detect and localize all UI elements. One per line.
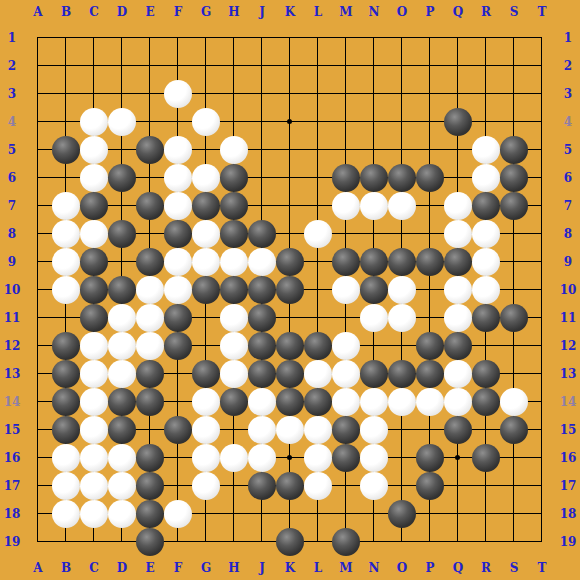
intersection-Q6[interactable] (444, 164, 472, 192)
intersection-C7[interactable] (80, 192, 108, 220)
intersection-R10[interactable] (472, 276, 500, 304)
intersection-Q15[interactable] (444, 416, 472, 444)
intersection-A9[interactable] (24, 248, 52, 276)
intersection-T8[interactable] (528, 220, 556, 248)
intersection-B3[interactable] (52, 80, 80, 108)
intersection-B12[interactable] (52, 332, 80, 360)
intersection-P4[interactable] (416, 108, 444, 136)
intersection-T2[interactable] (528, 52, 556, 80)
intersection-D7[interactable] (108, 192, 136, 220)
intersection-D5[interactable] (108, 136, 136, 164)
intersection-R7[interactable] (472, 192, 500, 220)
intersection-M19[interactable] (332, 528, 360, 556)
intersection-J4[interactable] (248, 108, 276, 136)
intersection-F8[interactable] (164, 220, 192, 248)
intersection-O9[interactable] (388, 248, 416, 276)
intersection-G14[interactable] (192, 388, 220, 416)
intersection-T3[interactable] (528, 80, 556, 108)
intersection-E3[interactable] (136, 80, 164, 108)
intersection-T17[interactable] (528, 472, 556, 500)
intersection-S2[interactable] (500, 52, 528, 80)
intersection-L16[interactable] (304, 444, 332, 472)
intersection-N15[interactable] (360, 416, 388, 444)
intersection-G12[interactable] (192, 332, 220, 360)
intersection-N4[interactable] (360, 108, 388, 136)
intersection-B9[interactable] (52, 248, 80, 276)
intersection-A16[interactable] (24, 444, 52, 472)
intersection-H17[interactable] (220, 472, 248, 500)
intersection-N11[interactable] (360, 304, 388, 332)
intersection-S13[interactable] (500, 360, 528, 388)
intersection-L1[interactable] (304, 24, 332, 52)
intersection-G5[interactable] (192, 136, 220, 164)
intersection-C12[interactable] (80, 332, 108, 360)
intersection-O13[interactable] (388, 360, 416, 388)
intersection-T14[interactable] (528, 388, 556, 416)
intersection-D4[interactable] (108, 108, 136, 136)
intersection-B5[interactable] (52, 136, 80, 164)
intersection-P3[interactable] (416, 80, 444, 108)
intersection-G10[interactable] (192, 276, 220, 304)
intersection-Q5[interactable] (444, 136, 472, 164)
intersection-B13[interactable] (52, 360, 80, 388)
intersection-S7[interactable] (500, 192, 528, 220)
intersection-P10[interactable] (416, 276, 444, 304)
intersection-A15[interactable] (24, 416, 52, 444)
intersection-D16[interactable] (108, 444, 136, 472)
intersection-R17[interactable] (472, 472, 500, 500)
intersection-N8[interactable] (360, 220, 388, 248)
intersection-E8[interactable] (136, 220, 164, 248)
intersection-M18[interactable] (332, 500, 360, 528)
intersection-R14[interactable] (472, 388, 500, 416)
intersection-L19[interactable] (304, 528, 332, 556)
intersection-J12[interactable] (248, 332, 276, 360)
intersection-S12[interactable] (500, 332, 528, 360)
intersection-P17[interactable] (416, 472, 444, 500)
intersection-J8[interactable] (248, 220, 276, 248)
intersection-K9[interactable] (276, 248, 304, 276)
intersection-F6[interactable] (164, 164, 192, 192)
intersection-F9[interactable] (164, 248, 192, 276)
intersection-N19[interactable] (360, 528, 388, 556)
intersection-A17[interactable] (24, 472, 52, 500)
intersection-Q14[interactable] (444, 388, 472, 416)
intersection-E15[interactable] (136, 416, 164, 444)
intersection-B14[interactable] (52, 388, 80, 416)
intersection-P8[interactable] (416, 220, 444, 248)
intersection-D3[interactable] (108, 80, 136, 108)
intersection-O8[interactable] (388, 220, 416, 248)
intersection-O19[interactable] (388, 528, 416, 556)
intersection-S3[interactable] (500, 80, 528, 108)
intersection-E1[interactable] (136, 24, 164, 52)
intersection-J10[interactable] (248, 276, 276, 304)
intersection-P9[interactable] (416, 248, 444, 276)
intersection-H13[interactable] (220, 360, 248, 388)
intersection-F16[interactable] (164, 444, 192, 472)
intersection-M3[interactable] (332, 80, 360, 108)
intersection-Q16[interactable] (444, 444, 472, 472)
intersection-G7[interactable] (192, 192, 220, 220)
intersection-L15[interactable] (304, 416, 332, 444)
intersection-H16[interactable] (220, 444, 248, 472)
intersection-F2[interactable] (164, 52, 192, 80)
intersection-M2[interactable] (332, 52, 360, 80)
intersection-F12[interactable] (164, 332, 192, 360)
intersection-E9[interactable] (136, 248, 164, 276)
intersection-O10[interactable] (388, 276, 416, 304)
intersection-O1[interactable] (388, 24, 416, 52)
intersection-G17[interactable] (192, 472, 220, 500)
intersection-E17[interactable] (136, 472, 164, 500)
intersection-G6[interactable] (192, 164, 220, 192)
intersection-F19[interactable] (164, 528, 192, 556)
intersection-E19[interactable] (136, 528, 164, 556)
intersection-O17[interactable] (388, 472, 416, 500)
intersection-K15[interactable] (276, 416, 304, 444)
intersection-N9[interactable] (360, 248, 388, 276)
intersection-O3[interactable] (388, 80, 416, 108)
intersection-Q13[interactable] (444, 360, 472, 388)
intersection-N18[interactable] (360, 500, 388, 528)
intersection-D11[interactable] (108, 304, 136, 332)
intersection-K3[interactable] (276, 80, 304, 108)
intersection-G2[interactable] (192, 52, 220, 80)
intersection-T6[interactable] (528, 164, 556, 192)
intersection-M11[interactable] (332, 304, 360, 332)
intersection-R1[interactable] (472, 24, 500, 52)
intersection-R11[interactable] (472, 304, 500, 332)
intersection-H8[interactable] (220, 220, 248, 248)
intersection-C11[interactable] (80, 304, 108, 332)
intersection-R8[interactable] (472, 220, 500, 248)
intersection-C3[interactable] (80, 80, 108, 108)
intersection-B4[interactable] (52, 108, 80, 136)
intersection-E2[interactable] (136, 52, 164, 80)
intersection-J7[interactable] (248, 192, 276, 220)
intersection-B2[interactable] (52, 52, 80, 80)
intersection-R12[interactable] (472, 332, 500, 360)
intersection-B8[interactable] (52, 220, 80, 248)
intersection-J9[interactable] (248, 248, 276, 276)
intersection-F3[interactable] (164, 80, 192, 108)
intersection-M6[interactable] (332, 164, 360, 192)
intersection-M12[interactable] (332, 332, 360, 360)
intersection-Q3[interactable] (444, 80, 472, 108)
intersection-D12[interactable] (108, 332, 136, 360)
intersection-P11[interactable] (416, 304, 444, 332)
intersection-T1[interactable] (528, 24, 556, 52)
intersection-H3[interactable] (220, 80, 248, 108)
intersection-O6[interactable] (388, 164, 416, 192)
intersection-Q9[interactable] (444, 248, 472, 276)
intersection-R19[interactable] (472, 528, 500, 556)
intersection-D10[interactable] (108, 276, 136, 304)
intersection-R13[interactable] (472, 360, 500, 388)
intersection-L8[interactable] (304, 220, 332, 248)
intersection-R18[interactable] (472, 500, 500, 528)
intersection-K13[interactable] (276, 360, 304, 388)
intersection-M16[interactable] (332, 444, 360, 472)
intersection-T19[interactable] (528, 528, 556, 556)
intersection-A19[interactable] (24, 528, 52, 556)
intersection-K12[interactable] (276, 332, 304, 360)
intersection-E14[interactable] (136, 388, 164, 416)
intersection-D13[interactable] (108, 360, 136, 388)
intersection-J5[interactable] (248, 136, 276, 164)
intersection-D18[interactable] (108, 500, 136, 528)
intersection-Q12[interactable] (444, 332, 472, 360)
intersection-M13[interactable] (332, 360, 360, 388)
intersection-S18[interactable] (500, 500, 528, 528)
intersection-A8[interactable] (24, 220, 52, 248)
intersection-K17[interactable] (276, 472, 304, 500)
intersection-D19[interactable] (108, 528, 136, 556)
intersection-C2[interactable] (80, 52, 108, 80)
intersection-E13[interactable] (136, 360, 164, 388)
intersection-B6[interactable] (52, 164, 80, 192)
intersection-E11[interactable] (136, 304, 164, 332)
intersection-J19[interactable] (248, 528, 276, 556)
intersection-J13[interactable] (248, 360, 276, 388)
intersection-T13[interactable] (528, 360, 556, 388)
intersection-A1[interactable] (24, 24, 52, 52)
intersection-A12[interactable] (24, 332, 52, 360)
intersection-K2[interactable] (276, 52, 304, 80)
intersection-Q1[interactable] (444, 24, 472, 52)
intersection-D6[interactable] (108, 164, 136, 192)
intersection-G9[interactable] (192, 248, 220, 276)
intersection-T18[interactable] (528, 500, 556, 528)
intersection-J11[interactable] (248, 304, 276, 332)
intersection-H2[interactable] (220, 52, 248, 80)
intersection-K16[interactable] (276, 444, 304, 472)
intersection-M4[interactable] (332, 108, 360, 136)
intersection-T11[interactable] (528, 304, 556, 332)
intersection-Q17[interactable] (444, 472, 472, 500)
intersection-P12[interactable] (416, 332, 444, 360)
intersection-M9[interactable] (332, 248, 360, 276)
intersection-L17[interactable] (304, 472, 332, 500)
intersection-N2[interactable] (360, 52, 388, 80)
intersection-A10[interactable] (24, 276, 52, 304)
intersection-J14[interactable] (248, 388, 276, 416)
intersection-C8[interactable] (80, 220, 108, 248)
intersection-G15[interactable] (192, 416, 220, 444)
intersection-T4[interactable] (528, 108, 556, 136)
intersection-P2[interactable] (416, 52, 444, 80)
intersection-O15[interactable] (388, 416, 416, 444)
intersection-F7[interactable] (164, 192, 192, 220)
intersection-R4[interactable] (472, 108, 500, 136)
intersection-R9[interactable] (472, 248, 500, 276)
intersection-P1[interactable] (416, 24, 444, 52)
intersection-S8[interactable] (500, 220, 528, 248)
intersection-O11[interactable] (388, 304, 416, 332)
intersection-F4[interactable] (164, 108, 192, 136)
intersection-O14[interactable] (388, 388, 416, 416)
intersection-M1[interactable] (332, 24, 360, 52)
intersection-F18[interactable] (164, 500, 192, 528)
intersection-H9[interactable] (220, 248, 248, 276)
intersection-A2[interactable] (24, 52, 52, 80)
intersection-G13[interactable] (192, 360, 220, 388)
intersection-E10[interactable] (136, 276, 164, 304)
intersection-K4[interactable] (276, 108, 304, 136)
intersection-J2[interactable] (248, 52, 276, 80)
intersection-C14[interactable] (80, 388, 108, 416)
intersection-F10[interactable] (164, 276, 192, 304)
intersection-S6[interactable] (500, 164, 528, 192)
intersection-K1[interactable] (276, 24, 304, 52)
intersection-F14[interactable] (164, 388, 192, 416)
intersection-F13[interactable] (164, 360, 192, 388)
intersection-T15[interactable] (528, 416, 556, 444)
intersection-G18[interactable] (192, 500, 220, 528)
intersection-H6[interactable] (220, 164, 248, 192)
intersection-S14[interactable] (500, 388, 528, 416)
intersection-C15[interactable] (80, 416, 108, 444)
goban[interactable] (24, 24, 556, 556)
intersection-J17[interactable] (248, 472, 276, 500)
intersection-Q18[interactable] (444, 500, 472, 528)
intersection-P13[interactable] (416, 360, 444, 388)
intersection-P7[interactable] (416, 192, 444, 220)
intersection-G19[interactable] (192, 528, 220, 556)
intersection-K8[interactable] (276, 220, 304, 248)
intersection-J3[interactable] (248, 80, 276, 108)
intersection-A5[interactable] (24, 136, 52, 164)
intersection-C1[interactable] (80, 24, 108, 52)
intersection-N5[interactable] (360, 136, 388, 164)
intersection-D15[interactable] (108, 416, 136, 444)
intersection-B17[interactable] (52, 472, 80, 500)
intersection-C5[interactable] (80, 136, 108, 164)
intersection-L11[interactable] (304, 304, 332, 332)
intersection-T7[interactable] (528, 192, 556, 220)
intersection-F1[interactable] (164, 24, 192, 52)
intersection-T12[interactable] (528, 332, 556, 360)
intersection-S11[interactable] (500, 304, 528, 332)
intersection-O2[interactable] (388, 52, 416, 80)
intersection-N16[interactable] (360, 444, 388, 472)
intersection-E12[interactable] (136, 332, 164, 360)
intersection-L3[interactable] (304, 80, 332, 108)
intersection-D9[interactable] (108, 248, 136, 276)
intersection-H19[interactable] (220, 528, 248, 556)
intersection-C4[interactable] (80, 108, 108, 136)
intersection-P15[interactable] (416, 416, 444, 444)
intersection-N12[interactable] (360, 332, 388, 360)
intersection-P6[interactable] (416, 164, 444, 192)
intersection-F11[interactable] (164, 304, 192, 332)
intersection-T10[interactable] (528, 276, 556, 304)
intersection-C17[interactable] (80, 472, 108, 500)
intersection-T9[interactable] (528, 248, 556, 276)
intersection-R5[interactable] (472, 136, 500, 164)
intersection-M17[interactable] (332, 472, 360, 500)
intersection-J16[interactable] (248, 444, 276, 472)
intersection-M7[interactable] (332, 192, 360, 220)
intersection-H14[interactable] (220, 388, 248, 416)
intersection-A4[interactable] (24, 108, 52, 136)
intersection-O18[interactable] (388, 500, 416, 528)
intersection-S15[interactable] (500, 416, 528, 444)
intersection-F5[interactable] (164, 136, 192, 164)
intersection-L9[interactable] (304, 248, 332, 276)
intersection-R2[interactable] (472, 52, 500, 80)
intersection-M8[interactable] (332, 220, 360, 248)
intersection-B19[interactable] (52, 528, 80, 556)
intersection-B18[interactable] (52, 500, 80, 528)
intersection-K14[interactable] (276, 388, 304, 416)
intersection-N17[interactable] (360, 472, 388, 500)
intersection-S16[interactable] (500, 444, 528, 472)
intersection-N10[interactable] (360, 276, 388, 304)
intersection-P16[interactable] (416, 444, 444, 472)
intersection-O5[interactable] (388, 136, 416, 164)
intersection-C19[interactable] (80, 528, 108, 556)
intersection-J1[interactable] (248, 24, 276, 52)
intersection-O12[interactable] (388, 332, 416, 360)
intersection-C6[interactable] (80, 164, 108, 192)
intersection-O7[interactable] (388, 192, 416, 220)
intersection-F17[interactable] (164, 472, 192, 500)
intersection-N6[interactable] (360, 164, 388, 192)
intersection-N3[interactable] (360, 80, 388, 108)
intersection-Q10[interactable] (444, 276, 472, 304)
intersection-M14[interactable] (332, 388, 360, 416)
intersection-H4[interactable] (220, 108, 248, 136)
intersection-L7[interactable] (304, 192, 332, 220)
intersection-D8[interactable] (108, 220, 136, 248)
intersection-M10[interactable] (332, 276, 360, 304)
intersection-H7[interactable] (220, 192, 248, 220)
intersection-A6[interactable] (24, 164, 52, 192)
intersection-O4[interactable] (388, 108, 416, 136)
intersection-C9[interactable] (80, 248, 108, 276)
intersection-G11[interactable] (192, 304, 220, 332)
intersection-B1[interactable] (52, 24, 80, 52)
intersection-H1[interactable] (220, 24, 248, 52)
intersection-K11[interactable] (276, 304, 304, 332)
intersection-D2[interactable] (108, 52, 136, 80)
intersection-R15[interactable] (472, 416, 500, 444)
intersection-H11[interactable] (220, 304, 248, 332)
intersection-E18[interactable] (136, 500, 164, 528)
intersection-J15[interactable] (248, 416, 276, 444)
intersection-H10[interactable] (220, 276, 248, 304)
intersection-E16[interactable] (136, 444, 164, 472)
intersection-J18[interactable] (248, 500, 276, 528)
intersection-M5[interactable] (332, 136, 360, 164)
intersection-B7[interactable] (52, 192, 80, 220)
intersection-R6[interactable] (472, 164, 500, 192)
intersection-P5[interactable] (416, 136, 444, 164)
intersection-A3[interactable] (24, 80, 52, 108)
intersection-D1[interactable] (108, 24, 136, 52)
intersection-A14[interactable] (24, 388, 52, 416)
intersection-S5[interactable] (500, 136, 528, 164)
intersection-H5[interactable] (220, 136, 248, 164)
intersection-A11[interactable] (24, 304, 52, 332)
intersection-D14[interactable] (108, 388, 136, 416)
intersection-P18[interactable] (416, 500, 444, 528)
intersection-S9[interactable] (500, 248, 528, 276)
intersection-B10[interactable] (52, 276, 80, 304)
intersection-D17[interactable] (108, 472, 136, 500)
